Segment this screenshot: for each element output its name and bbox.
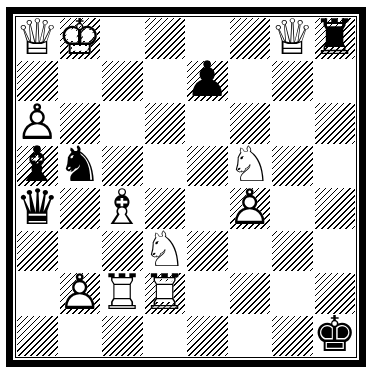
piece-white-pawn[interactable]: ♟♙ xyxy=(229,187,272,230)
piece-white-rook[interactable]: ♜♖ xyxy=(144,272,187,315)
piece-white-king[interactable]: ♚♔ xyxy=(59,17,102,60)
piece-white-queen[interactable]: ♛♕ xyxy=(16,17,59,60)
piece-white-pawn[interactable]: ♟♙ xyxy=(59,272,102,315)
piece-fill: ♟ xyxy=(186,59,229,102)
square-c1[interactable] xyxy=(101,315,144,358)
square-a8[interactable]: ♛♕ xyxy=(16,17,59,60)
square-f2[interactable] xyxy=(229,272,272,315)
board-inner-frame: ♛♕♚♔♛♕♜♟♟♙♝♞♞♘♛♝♗♟♙♞♘♟♙♜♖♜♖♚ xyxy=(15,16,357,358)
piece-outline: ♙ xyxy=(59,271,102,314)
square-c2[interactable]: ♜♖ xyxy=(101,272,144,315)
piece-fill: ♞ xyxy=(59,144,102,187)
square-a4[interactable]: ♛ xyxy=(16,187,59,230)
square-c6[interactable] xyxy=(101,102,144,145)
piece-fill: ♜ xyxy=(314,16,357,59)
piece-black-king[interactable]: ♚ xyxy=(314,315,357,358)
square-h3[interactable] xyxy=(314,230,357,273)
square-f7[interactable] xyxy=(229,60,272,103)
piece-outline: ♔ xyxy=(59,16,102,59)
piece-outline: ♕ xyxy=(16,16,59,59)
piece-black-rook[interactable]: ♜ xyxy=(314,17,357,60)
square-h1[interactable]: ♚ xyxy=(314,315,357,358)
square-g8[interactable]: ♛♕ xyxy=(271,17,314,60)
square-d2[interactable]: ♜♖ xyxy=(144,272,187,315)
square-g1[interactable] xyxy=(271,315,314,358)
square-c4[interactable]: ♝♗ xyxy=(101,187,144,230)
square-e4[interactable] xyxy=(186,187,229,230)
square-d5[interactable] xyxy=(144,145,187,188)
square-g5[interactable] xyxy=(271,145,314,188)
square-a1[interactable] xyxy=(16,315,59,358)
square-e2[interactable] xyxy=(186,272,229,315)
square-b1[interactable] xyxy=(59,315,102,358)
piece-black-knight[interactable]: ♞ xyxy=(59,145,102,188)
square-c8[interactable] xyxy=(101,17,144,60)
piece-black-pawn[interactable]: ♟ xyxy=(186,60,229,103)
square-d1[interactable] xyxy=(144,315,187,358)
square-e5[interactable] xyxy=(186,145,229,188)
square-f4[interactable]: ♟♙ xyxy=(229,187,272,230)
square-f1[interactable] xyxy=(229,315,272,358)
square-e7[interactable]: ♟ xyxy=(186,60,229,103)
square-h6[interactable] xyxy=(314,102,357,145)
square-d6[interactable] xyxy=(144,102,187,145)
piece-fill: ♛ xyxy=(16,186,59,229)
square-b7[interactable] xyxy=(59,60,102,103)
piece-outline: ♗ xyxy=(101,186,144,229)
board-frame: ♛♕♚♔♛♕♜♟♟♙♝♞♞♘♛♝♗♟♙♞♘♟♙♜♖♜♖♚ xyxy=(13,14,359,360)
square-h8[interactable]: ♜ xyxy=(314,17,357,60)
square-g4[interactable] xyxy=(271,187,314,230)
square-d7[interactable] xyxy=(144,60,187,103)
square-c7[interactable] xyxy=(101,60,144,103)
square-f8[interactable] xyxy=(229,17,272,60)
piece-black-queen[interactable]: ♛ xyxy=(16,187,59,230)
square-e1[interactable] xyxy=(186,315,229,358)
square-e3[interactable] xyxy=(186,230,229,273)
square-g3[interactable] xyxy=(271,230,314,273)
square-h7[interactable] xyxy=(314,60,357,103)
square-h5[interactable] xyxy=(314,145,357,188)
piece-outline: ♕ xyxy=(271,16,314,59)
square-h4[interactable] xyxy=(314,187,357,230)
piece-white-queen[interactable]: ♛♕ xyxy=(271,17,314,60)
square-b5[interactable]: ♞ xyxy=(59,145,102,188)
square-f3[interactable] xyxy=(229,230,272,273)
piece-white-rook[interactable]: ♜♖ xyxy=(101,272,144,315)
piece-outline: ♖ xyxy=(144,271,187,314)
square-b2[interactable]: ♟♙ xyxy=(59,272,102,315)
square-g7[interactable] xyxy=(271,60,314,103)
square-g2[interactable] xyxy=(271,272,314,315)
piece-fill: ♚ xyxy=(314,314,357,357)
square-a3[interactable] xyxy=(16,230,59,273)
square-d8[interactable] xyxy=(144,17,187,60)
square-g6[interactable] xyxy=(271,102,314,145)
square-a2[interactable] xyxy=(16,272,59,315)
square-e6[interactable] xyxy=(186,102,229,145)
piece-outline: ♖ xyxy=(101,271,144,314)
square-b8[interactable]: ♚♔ xyxy=(59,17,102,60)
piece-outline: ♙ xyxy=(229,186,272,229)
chess-board: ♛♕♚♔♛♕♜♟♟♙♝♞♞♘♛♝♗♟♙♞♘♟♙♜♖♜♖♚ xyxy=(16,17,356,357)
piece-white-bishop[interactable]: ♝♗ xyxy=(101,187,144,230)
square-b4[interactable] xyxy=(59,187,102,230)
chess-diagram: ♛♕♚♔♛♕♜♟♟♙♝♞♞♘♛♝♗♟♙♞♘♟♙♜♖♜♖♚ xyxy=(6,7,366,367)
